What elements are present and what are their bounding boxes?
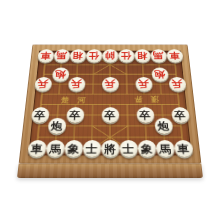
piece-red-elephant[interactable]: 相 (69, 49, 86, 62)
piece-black-advisor[interactable]: 士 (119, 140, 138, 157)
piece-glyph: 馬 (159, 144, 171, 155)
piece-glyph: 炮 (154, 70, 165, 79)
piece-red-horse[interactable]: 馬 (53, 49, 70, 62)
piece-glyph: 馬 (56, 51, 67, 59)
piece-red-cannon[interactable]: 炮 (52, 67, 70, 81)
piece-red-soldier[interactable]: 兵 (168, 77, 186, 91)
piece-glyph: 馬 (153, 51, 164, 59)
piece-black-elephant[interactable]: 象 (64, 140, 83, 157)
piece-black-soldier[interactable]: 卒 (101, 107, 119, 123)
board-lid-frame: 楚 河 漢 界 車馬相仕帥仕相馬車炮炮兵兵兵兵兵卒卒卒卒卒炮炮車馬象士將士象馬車 (19, 45, 202, 164)
piece-glyph: 馬 (49, 144, 61, 155)
piece-glyph: 將 (104, 144, 116, 155)
piece-black-general[interactable]: 將 (101, 140, 120, 157)
piece-glyph: 仕 (89, 51, 99, 59)
piece-glyph: 象 (67, 144, 79, 155)
piece-red-chariot[interactable]: 車 (37, 49, 54, 62)
piece-glyph: 士 (122, 144, 134, 155)
piece-black-horse[interactable]: 馬 (155, 140, 175, 157)
piece-black-horse[interactable]: 馬 (45, 140, 65, 157)
box-front-face (17, 164, 203, 178)
piece-glyph: 兵 (138, 80, 149, 89)
piece-black-soldier[interactable]: 卒 (30, 107, 49, 123)
piece-red-soldier[interactable]: 兵 (102, 77, 119, 91)
piece-black-soldier[interactable]: 卒 (136, 107, 154, 123)
piece-red-horse[interactable]: 馬 (150, 49, 167, 62)
piece-glyph: 帥 (105, 51, 115, 59)
piece-glyph: 卒 (104, 110, 115, 120)
piece-glyph: 車 (177, 144, 190, 155)
product-photo-scene: 楚 河 漢 界 車馬相仕帥仕相馬車炮炮兵兵兵兵兵卒卒卒卒卒炮炮車馬象士將士象馬車 (0, 0, 220, 220)
piece-glyph: 卒 (34, 110, 46, 120)
piece-glyph: 兵 (171, 80, 182, 89)
piece-black-chariot[interactable]: 車 (173, 140, 193, 157)
piece-black-soldier[interactable]: 卒 (171, 107, 190, 123)
xiangqi-board-box: 楚 河 漢 界 車馬相仕帥仕相馬車炮炮兵兵兵兵兵卒卒卒卒卒炮炮車馬象士將士象馬車 (17, 45, 203, 178)
piece-black-chariot[interactable]: 車 (27, 140, 47, 157)
piece-red-soldier[interactable]: 兵 (135, 77, 152, 91)
piece-black-cannon[interactable]: 炮 (154, 118, 173, 134)
piece-glyph: 炮 (55, 70, 66, 79)
piece-glyph: 相 (137, 51, 148, 59)
piece-red-general[interactable]: 帥 (102, 49, 118, 62)
piece-glyph: 兵 (105, 80, 116, 89)
piece-glyph: 士 (86, 144, 98, 155)
piece-glyph: 兵 (37, 80, 48, 89)
piece-black-soldier[interactable]: 卒 (66, 107, 84, 123)
piece-red-chariot[interactable]: 車 (166, 49, 183, 62)
piece-glyph: 車 (30, 144, 43, 155)
piece-red-advisor[interactable]: 仕 (86, 49, 102, 62)
piece-glyph: 相 (72, 51, 83, 59)
piece-glyph: 象 (141, 144, 153, 155)
piece-glyph: 炮 (157, 121, 169, 131)
piece-glyph: 卒 (174, 110, 186, 120)
piece-black-advisor[interactable]: 士 (82, 140, 101, 157)
piece-glyph: 卒 (139, 110, 151, 120)
piece-glyph: 仕 (121, 51, 131, 59)
piece-glyph: 卒 (69, 110, 81, 120)
piece-black-elephant[interactable]: 象 (137, 140, 156, 157)
piece-red-elephant[interactable]: 相 (134, 49, 151, 62)
piece-glyph: 炮 (51, 121, 63, 131)
piece-red-soldier[interactable]: 兵 (34, 77, 52, 91)
piece-black-cannon[interactable]: 炮 (47, 118, 66, 134)
piece-glyph: 車 (40, 51, 51, 59)
piece-red-advisor[interactable]: 仕 (118, 49, 134, 62)
piece-red-cannon[interactable]: 炮 (151, 67, 169, 81)
piece-glyph: 車 (169, 51, 180, 59)
piece-red-soldier[interactable]: 兵 (68, 77, 85, 91)
pieces-layer: 車馬相仕帥仕相馬車炮炮兵兵兵兵兵卒卒卒卒卒炮炮車馬象士將士象馬車 (28, 51, 191, 156)
piece-glyph: 兵 (71, 80, 82, 89)
